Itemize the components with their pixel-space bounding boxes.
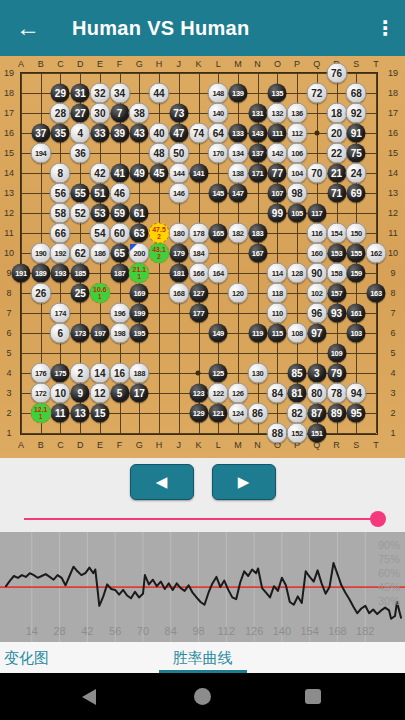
move-number: 112 — [291, 129, 302, 138]
stone-D8: 25 — [71, 284, 90, 303]
move-number: 158 — [331, 269, 343, 278]
stone-S6: 103 — [347, 324, 366, 343]
stone-F13: 46 — [109, 183, 130, 204]
stone-P17: 136 — [287, 103, 308, 124]
move-number: 102 — [311, 289, 323, 298]
move-slider[interactable] — [0, 506, 405, 532]
stone-K14: 141 — [189, 164, 208, 183]
col-label-top: Q — [313, 59, 320, 69]
stone-L17: 140 — [208, 103, 229, 124]
move-number: 58 — [55, 208, 66, 219]
stone-R9: 158 — [326, 263, 347, 284]
col-label-top: K — [195, 59, 201, 69]
stone-C13: 56 — [50, 183, 71, 204]
move-number: 96 — [311, 308, 322, 319]
row-label-right: 2 — [390, 408, 395, 418]
move-number: 138 — [232, 169, 244, 178]
move-number: 66 — [55, 228, 66, 239]
col-label-top: M — [234, 59, 242, 69]
stone-R17: 18 — [326, 103, 347, 124]
stone-R2: 89 — [327, 404, 346, 423]
stone-C17: 28 — [50, 103, 71, 124]
row-label-left: 5 — [6, 348, 11, 358]
row-label-left: 18 — [4, 88, 14, 98]
stone-S16: 91 — [347, 124, 366, 143]
winrate-curve — [6, 563, 401, 619]
stone-F12: 59 — [110, 204, 129, 223]
col-label-bottom: F — [117, 440, 123, 450]
col-label-top: D — [77, 59, 84, 69]
stone-M2: 124 — [227, 403, 248, 424]
stone-E2: 15 — [90, 404, 109, 423]
chart-x-label: 14 — [26, 625, 38, 637]
stone-S15: 75 — [347, 144, 366, 163]
move-number: 25 — [75, 288, 86, 299]
row-label-left: 3 — [6, 388, 11, 398]
move-number: 32 — [94, 88, 105, 99]
row-label-left: 14 — [4, 168, 14, 178]
stone-E16: 33 — [90, 124, 109, 143]
row-label-left: 15 — [4, 148, 14, 158]
stone-L4: 125 — [209, 364, 228, 383]
col-label-bottom: E — [97, 440, 103, 450]
stone-H15: 48 — [149, 143, 170, 164]
stone-P13: 98 — [287, 183, 308, 204]
stone-G17: 38 — [129, 103, 150, 124]
stone-Q14: 70 — [306, 163, 327, 184]
move-number: 171 — [252, 169, 264, 178]
move-number: 105 — [291, 209, 303, 218]
move-number: 10 — [55, 388, 66, 399]
stone-E13: 51 — [90, 184, 109, 203]
move-number: 177 — [193, 309, 205, 318]
col-label-top: G — [136, 59, 143, 69]
move-number: 80 — [311, 388, 322, 399]
stone-P2: 82 — [287, 403, 308, 424]
col-label-bottom: L — [216, 440, 221, 450]
stone-J13: 146 — [168, 183, 189, 204]
move-number: 39 — [114, 128, 125, 139]
go-board[interactable]: AA1919BB1818CC1717DD1616EE1515FF1414GG13… — [0, 56, 405, 458]
stone-N11: 183 — [248, 224, 267, 243]
stone-T10: 162 — [366, 243, 387, 264]
stone-E4: 14 — [89, 363, 110, 384]
move-number: 168 — [173, 289, 185, 298]
winrate-chart-svg: 1428425670849811212614015416818290%75%60… — [0, 532, 405, 642]
stone-O8: 118 — [267, 283, 288, 304]
move-number: 62 — [75, 248, 86, 259]
move-number: 173 — [74, 329, 86, 338]
move-number: 59 — [114, 208, 125, 219]
stone-J16: 47 — [169, 124, 188, 143]
stone-J17: 73 — [169, 104, 188, 123]
row-label-right: 15 — [388, 148, 398, 158]
move-number: 134 — [232, 149, 244, 158]
stone-S2: 95 — [347, 404, 366, 423]
move-number: 43 — [134, 128, 145, 139]
stone-D17: 27 — [71, 104, 90, 123]
move-number: 34 — [114, 88, 125, 99]
row-label-right: 8 — [390, 288, 395, 298]
move-number: 73 — [173, 108, 184, 119]
move-number: 74 — [193, 128, 204, 139]
chart-x-label: 154 — [301, 625, 319, 637]
kebab-menu-icon[interactable]: ⋮ — [365, 16, 405, 40]
move-number: 75 — [351, 148, 362, 159]
move-number: 136 — [291, 109, 303, 118]
move-number: 162 — [370, 249, 382, 258]
move-number: 52 — [75, 208, 86, 219]
move-number: 120 — [232, 289, 244, 298]
stone-F6: 198 — [109, 323, 130, 344]
row-label-left: 8 — [6, 288, 11, 298]
row-label-left: 16 — [4, 128, 14, 138]
prev-move-button[interactable]: ◀ — [130, 464, 194, 500]
move-number: 195 — [133, 329, 145, 338]
stone-E18: 32 — [89, 83, 110, 104]
stone-C3: 10 — [50, 383, 71, 404]
move-number: 148 — [212, 89, 224, 98]
move-number: 151 — [311, 429, 323, 438]
stone-E11: 54 — [89, 223, 110, 244]
stone-K9: 166 — [188, 263, 209, 284]
stone-M18: 139 — [228, 84, 247, 103]
move-number: 37 — [35, 128, 46, 139]
stone-M14: 138 — [227, 163, 248, 184]
move-number: 55 — [75, 188, 86, 199]
move-number: 160 — [311, 249, 323, 258]
stone-R8: 157 — [327, 284, 346, 303]
move-number: 95 — [351, 408, 362, 419]
stone-C10: 192 — [50, 243, 71, 264]
move-number: 199 — [133, 309, 145, 318]
move-number: 135 — [272, 89, 284, 98]
move-number: 117 — [311, 209, 322, 218]
stone-N4: 130 — [247, 363, 268, 384]
hint-visits: 2 — [157, 253, 161, 260]
move-number: 179 — [173, 249, 185, 258]
stone-P14: 104 — [287, 163, 308, 184]
col-label-bottom: G — [136, 440, 143, 450]
move-number: 48 — [153, 148, 164, 159]
stone-D15: 36 — [70, 143, 91, 164]
slider-thumb[interactable] — [370, 511, 386, 527]
analysis-hint-B2[interactable]: 12.11 — [30, 403, 51, 424]
stone-Q18: 72 — [306, 83, 327, 104]
move-number: 47 — [173, 128, 184, 139]
android-home-icon[interactable] — [194, 688, 211, 705]
stone-B8: 26 — [30, 283, 51, 304]
move-number: 181 — [173, 269, 185, 278]
android-back-icon[interactable] — [82, 689, 96, 705]
stone-Q4: 3 — [307, 364, 326, 383]
stone-F18: 34 — [109, 83, 130, 104]
move-number: 132 — [272, 109, 284, 118]
col-label-top: L — [216, 59, 221, 69]
chart-x-label: 42 — [81, 625, 93, 637]
row-label-left: 2 — [6, 408, 11, 418]
tab-variation-diagram[interactable]: 变化图 — [4, 649, 49, 668]
move-number: 103 — [350, 329, 362, 338]
stone-M8: 120 — [227, 283, 248, 304]
move-number: 198 — [114, 329, 126, 338]
stone-L15: 170 — [208, 143, 229, 164]
stone-F10: 65 — [110, 244, 129, 263]
slider-track[interactable] — [24, 518, 379, 520]
move-number: 144 — [173, 169, 185, 178]
move-number: 9 — [77, 388, 83, 399]
stone-S9: 159 — [347, 264, 366, 283]
stone-F3: 5 — [110, 384, 129, 403]
row-label-right: 3 — [390, 388, 395, 398]
move-number: 183 — [252, 229, 264, 238]
col-label-top: S — [353, 59, 359, 69]
stone-E12: 53 — [90, 204, 109, 223]
back-arrow-icon[interactable]: ← — [0, 14, 56, 42]
move-controls: ◀ ▶ — [0, 458, 405, 506]
chart-y-label: 60% — [378, 567, 400, 579]
move-number: 174 — [55, 309, 67, 318]
chart-x-label: 28 — [53, 625, 65, 637]
move-number: 24 — [351, 168, 362, 179]
move-number: 122 — [212, 389, 224, 398]
stone-K10: 184 — [188, 243, 209, 264]
move-number: 146 — [173, 189, 185, 198]
stone-C7: 174 — [50, 303, 71, 324]
stone-G12: 61 — [130, 204, 149, 223]
stone-N16: 143 — [248, 124, 267, 143]
chart-x-label: 112 — [218, 625, 236, 637]
stone-K7: 177 — [189, 304, 208, 323]
move-number: 106 — [291, 149, 303, 158]
move-number: 163 — [370, 289, 382, 298]
stone-F11: 60 — [109, 223, 130, 244]
stone-B9: 189 — [31, 264, 50, 283]
analysis-hint-H11[interactable]: 47.52 — [149, 223, 170, 244]
stone-O18: 135 — [268, 84, 287, 103]
next-arrow-icon: ▶ — [238, 473, 250, 491]
move-number: 82 — [292, 408, 303, 419]
tab-winrate-curve[interactable]: 胜率曲线 — [173, 649, 233, 668]
stone-L6: 149 — [209, 324, 228, 343]
move-number: 123 — [193, 389, 205, 398]
move-number: 184 — [193, 249, 205, 258]
stone-D16: 4 — [70, 123, 91, 144]
stone-C9: 193 — [51, 264, 70, 283]
move-number: 79 — [331, 368, 342, 379]
col-label-bottom: K — [195, 440, 201, 450]
move-number: 71 — [331, 188, 342, 199]
stone-S7: 161 — [347, 304, 366, 323]
stone-O14: 77 — [268, 164, 287, 183]
stone-E3: 12 — [89, 383, 110, 404]
move-number: 139 — [232, 89, 244, 98]
analysis-hint-E8[interactable]: 10.61 — [89, 283, 110, 304]
stone-O12: 99 — [268, 204, 287, 223]
move-number: 41 — [114, 168, 125, 179]
move-number: 85 — [292, 368, 303, 379]
stone-Q6: 97 — [307, 324, 326, 343]
move-number: 166 — [193, 269, 205, 278]
row-label-right: 7 — [390, 308, 395, 318]
stone-S17: 92 — [346, 103, 367, 124]
move-number: 180 — [173, 229, 185, 238]
move-number: 192 — [55, 249, 67, 258]
chart-x-label: 182 — [356, 625, 374, 637]
stone-P9: 128 — [287, 263, 308, 284]
stone-E6: 197 — [90, 324, 109, 343]
chart-x-label: 168 — [328, 625, 346, 637]
move-number: 149 — [212, 329, 224, 338]
col-label-bottom: D — [77, 440, 84, 450]
stone-Q10: 160 — [306, 243, 327, 264]
move-number: 185 — [74, 269, 86, 278]
stone-O7: 110 — [267, 303, 288, 324]
row-label-left: 10 — [4, 248, 14, 258]
stone-N17: 131 — [248, 104, 267, 123]
stone-L3: 122 — [208, 383, 229, 404]
move-number: 176 — [35, 369, 47, 378]
stone-L9: 164 — [208, 263, 229, 284]
page-title: Human VS Human — [72, 17, 365, 40]
row-label-right: 5 — [390, 348, 395, 358]
row-label-left: 11 — [4, 228, 13, 238]
stone-R5: 109 — [327, 344, 346, 363]
stone-J14: 144 — [168, 163, 189, 184]
move-number: 35 — [55, 128, 66, 139]
stone-C2: 11 — [51, 404, 70, 423]
move-number: 84 — [272, 388, 283, 399]
star-point — [196, 371, 201, 376]
move-number: 26 — [35, 288, 46, 299]
stone-M16: 133 — [228, 124, 247, 143]
row-label-right: 12 — [388, 208, 398, 218]
move-number: 118 — [272, 289, 283, 298]
row-label-left: 13 — [4, 188, 14, 198]
move-number: 90 — [311, 268, 322, 279]
stone-D3: 9 — [71, 384, 90, 403]
row-label-right: 11 — [388, 228, 397, 238]
move-number: 187 — [114, 269, 126, 278]
move-number: 190 — [35, 249, 47, 258]
stone-G7: 199 — [130, 304, 149, 323]
move-number: 170 — [212, 149, 224, 158]
move-number: 2 — [77, 368, 83, 379]
stone-O13: 107 — [268, 184, 287, 203]
move-number: 44 — [153, 88, 164, 99]
move-number: 142 — [272, 149, 284, 158]
app-bar: ← Human VS Human ⋮ — [0, 0, 405, 56]
analysis-hint-G9[interactable]: 21.11 — [129, 263, 150, 284]
move-number: 169 — [133, 289, 145, 298]
move-number: 28 — [55, 108, 66, 119]
analysis-hint-H10[interactable]: 43.12 — [149, 243, 170, 264]
col-label-top: A — [18, 59, 24, 69]
stone-N2: 86 — [247, 403, 268, 424]
move-number: 189 — [35, 269, 47, 278]
stone-N6: 119 — [248, 324, 267, 343]
move-number: 178 — [193, 229, 205, 238]
move-number: 68 — [351, 88, 362, 99]
stone-C12: 58 — [50, 203, 71, 224]
move-number: 121 — [212, 409, 224, 418]
stone-R4: 79 — [327, 364, 346, 383]
move-number: 65 — [114, 248, 125, 259]
stone-M3: 126 — [227, 383, 248, 404]
move-number: 194 — [35, 149, 47, 158]
stone-R10: 153 — [327, 244, 346, 263]
move-number: 130 — [252, 369, 264, 378]
col-label-bottom: S — [353, 440, 359, 450]
stone-L2: 121 — [209, 404, 228, 423]
prev-arrow-icon: ◀ — [156, 473, 168, 491]
stone-K2: 129 — [189, 404, 208, 423]
col-label-top: C — [57, 59, 64, 69]
stone-H18: 44 — [149, 83, 170, 104]
next-move-button[interactable]: ▶ — [212, 464, 276, 500]
stone-S3: 94 — [346, 383, 367, 404]
stone-C11: 66 — [50, 223, 71, 244]
move-number: 88 — [272, 428, 283, 439]
row-label-right: 14 — [388, 168, 398, 178]
stone-L11: 165 — [209, 224, 228, 243]
stone-Q7: 96 — [306, 303, 327, 324]
move-number: 191 — [15, 269, 27, 278]
stone-R7: 93 — [327, 304, 346, 323]
stone-S14: 24 — [346, 163, 367, 184]
row-label-right: 4 — [390, 368, 395, 378]
stone-K3: 123 — [189, 384, 208, 403]
stone-K8: 127 — [189, 284, 208, 303]
chart-y-label: 45% — [378, 581, 400, 593]
stone-P1: 152 — [287, 423, 308, 444]
stone-R3: 78 — [326, 383, 347, 404]
move-number: 60 — [114, 228, 125, 239]
move-number: 140 — [212, 109, 224, 118]
stone-J15: 50 — [168, 143, 189, 164]
stone-P3: 81 — [288, 384, 307, 403]
stone-P6: 108 — [287, 323, 308, 344]
android-recents-icon[interactable] — [305, 689, 321, 704]
last-move-marker — [130, 244, 137, 251]
chart-x-label: 70 — [137, 625, 149, 637]
app-screen: ← Human VS Human ⋮ AA1919BB1818CC1717DD1… — [0, 0, 405, 720]
stone-P4: 85 — [288, 364, 307, 383]
move-number: 21 — [331, 168, 342, 179]
move-number: 107 — [272, 189, 284, 198]
stone-Q11: 116 — [306, 223, 327, 244]
chart-x-label: 98 — [192, 625, 204, 637]
move-number: 86 — [252, 408, 263, 419]
row-label-left: 6 — [6, 328, 11, 338]
stone-Q12: 117 — [307, 204, 326, 223]
move-number: 137 — [252, 149, 264, 158]
winrate-chart: 1428425670849811212614015416818290%75%60… — [0, 532, 405, 642]
row-label-left: 4 — [6, 368, 11, 378]
col-label-top: P — [294, 59, 300, 69]
move-number: 78 — [331, 388, 342, 399]
move-number: 11 — [55, 408, 66, 419]
stone-C14: 8 — [50, 163, 71, 184]
move-number: 51 — [94, 188, 105, 199]
move-number: 133 — [232, 129, 244, 138]
move-number: 72 — [311, 88, 322, 99]
stone-E14: 42 — [89, 163, 110, 184]
col-label-bottom: N — [254, 440, 261, 450]
stone-M15: 134 — [227, 143, 248, 164]
move-number: 99 — [272, 208, 283, 219]
row-label-left: 7 — [6, 308, 11, 318]
